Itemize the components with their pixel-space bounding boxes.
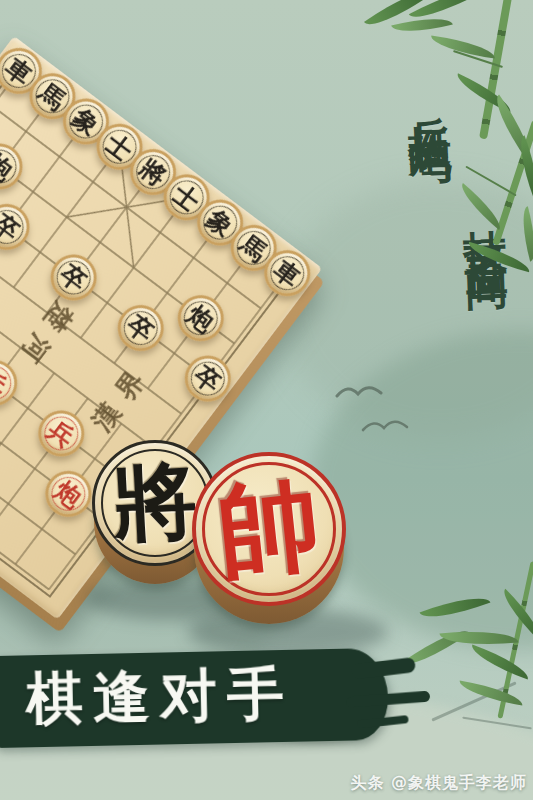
marshal-glyph: 帥 [211,456,327,603]
general-glyph: 將 [110,444,200,562]
title-banner: 棋逢对手 [0,648,389,748]
flying-birds-icon [335,380,445,454]
giant-red-marshal-piece: 帥 [192,452,346,606]
banner-title: 棋逢对手 [25,656,295,739]
watermark: 头条 @象棋鬼手李老师 [350,773,527,794]
poster: 兵挺炮鸣 技艺盖世间 [0,0,533,800]
calligraphy-column-1: 兵挺炮鸣 [399,81,458,119]
piece-face: 帥 [192,452,346,606]
